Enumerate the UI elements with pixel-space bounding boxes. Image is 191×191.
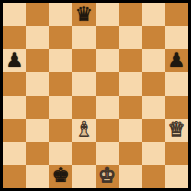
square-g5[interactable] (142, 72, 165, 95)
square-e7[interactable] (96, 26, 119, 49)
square-h6[interactable]: ♟ (165, 49, 188, 72)
square-a3[interactable] (3, 119, 26, 142)
square-g1[interactable] (142, 165, 165, 188)
square-b8[interactable] (26, 3, 49, 26)
square-h1[interactable] (165, 165, 188, 188)
square-c1[interactable]: ♚ (49, 165, 72, 188)
square-h8[interactable] (165, 3, 188, 26)
square-b1[interactable] (26, 165, 49, 188)
black-queen[interactable]: ♛ (75, 4, 93, 24)
square-h5[interactable] (165, 72, 188, 95)
square-e6[interactable] (96, 49, 119, 72)
white-king[interactable]: ♚ (98, 165, 116, 185)
square-g6[interactable] (142, 49, 165, 72)
square-d5[interactable] (72, 72, 95, 95)
square-f2[interactable] (119, 142, 142, 165)
square-b4[interactable] (26, 96, 49, 119)
square-e2[interactable] (96, 142, 119, 165)
square-e1[interactable]: ♚ (96, 165, 119, 188)
square-d1[interactable] (72, 165, 95, 188)
square-d8[interactable]: ♛ (72, 3, 95, 26)
square-h4[interactable] (165, 96, 188, 119)
square-a5[interactable] (3, 72, 26, 95)
square-f1[interactable] (119, 165, 142, 188)
square-e5[interactable] (96, 72, 119, 95)
square-e8[interactable] (96, 3, 119, 26)
square-c7[interactable] (49, 26, 72, 49)
square-b5[interactable] (26, 72, 49, 95)
square-f7[interactable] (119, 26, 142, 49)
square-g8[interactable] (142, 3, 165, 26)
square-c2[interactable] (49, 142, 72, 165)
square-c3[interactable] (49, 119, 72, 142)
square-a6[interactable]: ♟ (3, 49, 26, 72)
white-queen[interactable]: ♛ (167, 119, 185, 139)
square-d7[interactable] (72, 26, 95, 49)
square-f4[interactable] (119, 96, 142, 119)
board-grid: ♛♟♟♝♛♚♚ (3, 3, 188, 188)
square-h2[interactable] (165, 142, 188, 165)
square-d6[interactable] (72, 49, 95, 72)
square-b3[interactable] (26, 119, 49, 142)
square-f6[interactable] (119, 49, 142, 72)
square-h7[interactable] (165, 26, 188, 49)
square-d4[interactable] (72, 96, 95, 119)
square-d2[interactable] (72, 142, 95, 165)
square-h3[interactable]: ♛ (165, 119, 188, 142)
square-e4[interactable] (96, 96, 119, 119)
square-g2[interactable] (142, 142, 165, 165)
square-c5[interactable] (49, 72, 72, 95)
square-b2[interactable] (26, 142, 49, 165)
white-bishop[interactable]: ♝ (75, 119, 93, 139)
square-d3[interactable]: ♝ (72, 119, 95, 142)
square-a2[interactable] (3, 142, 26, 165)
square-b7[interactable] (26, 26, 49, 49)
black-pawn[interactable]: ♟ (167, 50, 185, 70)
square-f3[interactable] (119, 119, 142, 142)
square-g3[interactable] (142, 119, 165, 142)
black-pawn[interactable]: ♟ (6, 50, 24, 70)
square-c8[interactable] (49, 3, 72, 26)
chess-board: ♛♟♟♝♛♚♚ (0, 0, 191, 191)
square-a4[interactable] (3, 96, 26, 119)
square-a1[interactable] (3, 165, 26, 188)
square-g4[interactable] (142, 96, 165, 119)
square-c6[interactable] (49, 49, 72, 72)
square-a7[interactable] (3, 26, 26, 49)
square-c4[interactable] (49, 96, 72, 119)
square-b6[interactable] (26, 49, 49, 72)
square-g7[interactable] (142, 26, 165, 49)
square-f8[interactable] (119, 3, 142, 26)
square-f5[interactable] (119, 72, 142, 95)
square-e3[interactable] (96, 119, 119, 142)
square-a8[interactable] (3, 3, 26, 26)
black-king[interactable]: ♚ (52, 165, 70, 185)
